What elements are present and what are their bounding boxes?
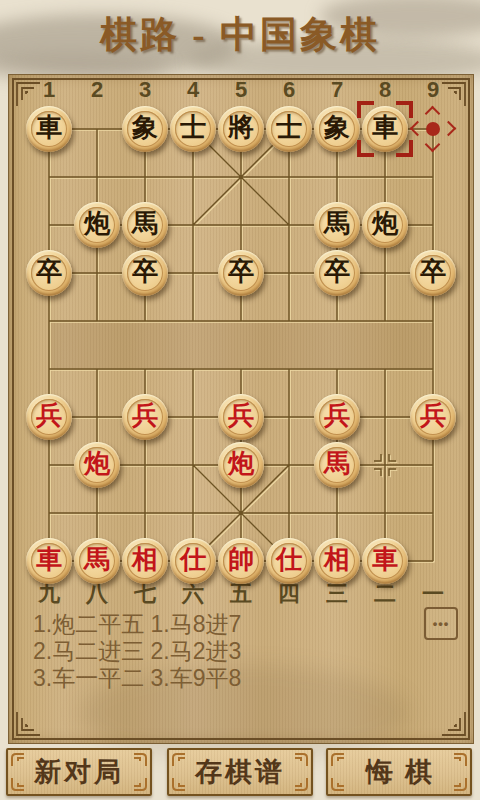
save-record-label: 存棋谱 <box>195 754 285 790</box>
piece-black-卒[interactable]: 卒 <box>122 250 168 296</box>
piece-red-馬[interactable]: 馬 <box>314 442 360 488</box>
piece-black-卒[interactable]: 卒 <box>410 250 456 296</box>
piece-red-帥[interactable]: 帥 <box>218 538 264 584</box>
piece-red-相[interactable]: 相 <box>122 538 168 584</box>
piece-red-炮[interactable]: 炮 <box>218 442 264 488</box>
piece-black-將[interactable]: 將 <box>218 106 264 152</box>
piece-red-馬[interactable]: 馬 <box>74 538 120 584</box>
panel-corner-ornament <box>15 711 41 737</box>
button-corner-ornament <box>10 777 25 792</box>
button-corner-ornament <box>330 777 345 792</box>
button-corner-ornament <box>453 752 468 767</box>
last-move-origin-marker <box>410 106 456 152</box>
piece-red-炮[interactable]: 炮 <box>74 442 120 488</box>
button-corner-ornament <box>294 777 309 792</box>
piece-red-仕[interactable]: 仕 <box>170 538 216 584</box>
piece-black-象[interactable]: 象 <box>122 106 168 152</box>
button-corner-ornament <box>10 752 25 767</box>
panel-corner-ornament <box>441 711 467 737</box>
button-corner-ornament <box>171 777 186 792</box>
new-game-label: 新对局 <box>34 754 124 790</box>
piece-red-車[interactable]: 車 <box>362 538 408 584</box>
undo-label: 悔棋 <box>354 754 444 790</box>
piece-red-兵[interactable]: 兵 <box>122 394 168 440</box>
piece-black-卒[interactable]: 卒 <box>26 250 72 296</box>
move-record: 1.炮二平五 1.马8进72.马二进三 2.马2进33.车一平二 3.车9平8 <box>33 611 241 692</box>
piece-black-象[interactable]: 象 <box>314 106 360 152</box>
move-line: 2.马二进三 2.马2进3 <box>33 638 241 665</box>
piece-red-仕[interactable]: 仕 <box>266 538 312 584</box>
piece-red-相[interactable]: 相 <box>314 538 360 584</box>
piece-black-士[interactable]: 士 <box>266 106 312 152</box>
app-title: 棋路 - 中国象棋 <box>0 0 480 70</box>
save-record-button[interactable]: 存棋谱 <box>167 748 313 796</box>
piece-black-炮[interactable]: 炮 <box>74 202 120 248</box>
button-corner-ornament <box>330 752 345 767</box>
piece-black-卒[interactable]: 卒 <box>314 250 360 296</box>
piece-black-馬[interactable]: 馬 <box>314 202 360 248</box>
move-line: 1.炮二平五 1.马8进7 <box>33 611 241 638</box>
panel-corner-ornament <box>15 81 41 107</box>
piece-red-兵[interactable]: 兵 <box>410 394 456 440</box>
piece-black-炮[interactable]: 炮 <box>362 202 408 248</box>
new-game-button[interactable]: 新对局 <box>6 748 152 796</box>
piece-black-士[interactable]: 士 <box>170 106 216 152</box>
button-corner-ornament <box>453 777 468 792</box>
button-corner-ornament <box>133 752 148 767</box>
piece-black-馬[interactable]: 馬 <box>122 202 168 248</box>
piece-black-車[interactable]: 車 <box>362 106 408 152</box>
panel-corner-ornament <box>441 81 467 107</box>
board-panel: 123456789 九八七六五四三二一 車象士將士象車炮馬馬炮卒卒卒卒卒兵兵兵兵… <box>8 74 474 744</box>
button-corner-ornament <box>294 752 309 767</box>
piece-red-兵[interactable]: 兵 <box>218 394 264 440</box>
more-moves-button[interactable]: ••• <box>424 607 458 640</box>
button-corner-ornament <box>171 752 186 767</box>
undo-button[interactable]: 悔棋 <box>326 748 472 796</box>
piece-red-車[interactable]: 車 <box>26 538 72 584</box>
button-corner-ornament <box>133 777 148 792</box>
move-line: 3.车一平二 3.车9平8 <box>33 665 241 692</box>
file-labels-top: 123456789 <box>25 77 457 103</box>
piece-black-卒[interactable]: 卒 <box>218 250 264 296</box>
action-bar: 新对局 存棋谱 悔棋 <box>0 748 480 796</box>
piece-red-兵[interactable]: 兵 <box>314 394 360 440</box>
piece-black-車[interactable]: 車 <box>26 106 72 152</box>
piece-red-兵[interactable]: 兵 <box>26 394 72 440</box>
